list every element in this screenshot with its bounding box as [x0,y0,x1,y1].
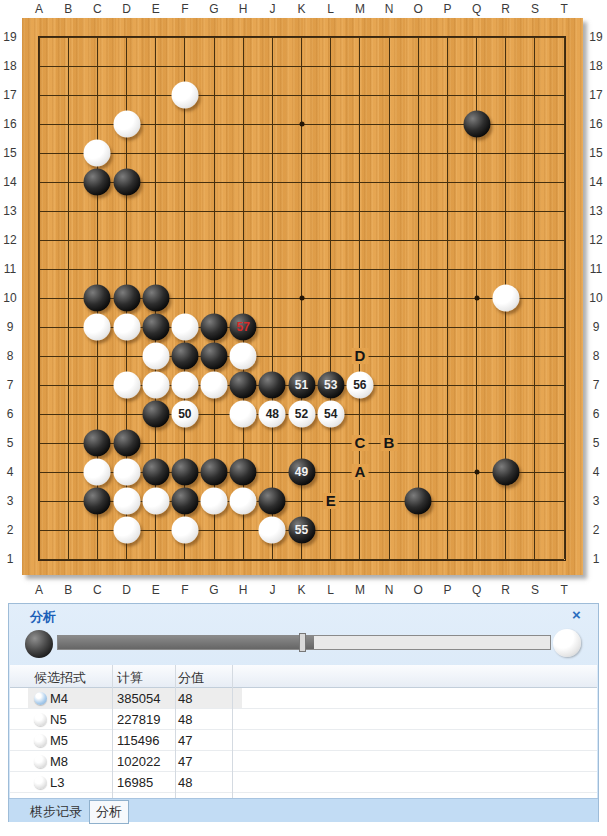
row-label-right-16: 16 [586,117,606,131]
column-divider [112,665,113,798]
panel-title: 分析 [30,608,56,626]
stone-C4 [84,459,111,486]
row-label-left-15: 15 [0,146,20,160]
stone-G8 [201,343,228,370]
star-point [474,296,479,301]
stone-E4 [142,459,169,486]
star-point [299,296,304,301]
stone-K2: 55 [288,517,315,544]
row-label-right-4: 4 [586,465,606,479]
stone-E3 [142,488,169,515]
tab-move-record[interactable]: 棋步记录 [30,803,82,821]
cell-score: 48 [178,775,192,790]
stone-D3 [113,488,140,515]
cell-score: 47 [178,754,192,769]
stone-Q16 [463,111,490,138]
stone-F7 [171,372,198,399]
cell-calculations: 115496 [117,733,159,748]
stone-C9 [84,314,111,341]
col-label-top-M: M [355,2,365,16]
stone-E9 [142,314,169,341]
col-label-top-K: K [297,2,305,16]
row-label-right-11: 11 [586,262,606,276]
analysis-panel: 分析 × 候选招式 计算 分值 M438505448N522781948M511… [8,603,599,822]
stone-D9 [113,314,140,341]
candidate-stone-icon [34,755,47,768]
stone-J2 [259,517,286,544]
stone-F6: 50 [171,401,198,428]
stone-J7 [259,372,286,399]
stone-F17 [171,82,198,109]
row-label-right-8: 8 [586,349,606,363]
last-move-stone-H9: 57 [230,314,257,341]
col-label-bottom-B: B [64,583,72,597]
slider-fill [58,636,314,649]
stone-L7: 53 [317,372,344,399]
cell-score: 47 [178,733,192,748]
stone-J3 [259,488,286,515]
col-label-bottom-S: S [531,583,539,597]
bottom-tab-bar: 棋步记录 分析 [9,798,598,822]
row-label-right-18: 18 [586,59,606,73]
col-label-bottom-K: K [297,583,305,597]
stone-H4 [230,459,257,486]
candidate-stone-icon [34,734,47,747]
stone-F8 [171,343,198,370]
cell-move: M4 [50,691,68,706]
candidate-letter-E: E [323,493,339,509]
row-label-left-18: 18 [0,59,20,73]
stone-G3 [201,488,228,515]
col-label-top-L: L [327,2,334,16]
cell-calculations: 385054 [117,691,160,706]
col-label-bottom-P: P [443,583,451,597]
candidate-stone-icon [34,713,47,726]
stone-D10 [113,285,140,312]
cell-score: 48 [178,712,192,727]
star-point [299,122,304,127]
col-label-bottom-D: D [122,583,131,597]
stone-C10 [84,285,111,312]
candidate-row-M5[interactable]: M511549647 [10,730,597,751]
row-label-left-2: 2 [0,523,20,537]
candidate-row-N5[interactable]: N522781948 [10,709,597,730]
stone-D2 [113,517,140,544]
col-header-calculations: 计算 [117,669,143,687]
row-label-left-13: 13 [0,204,20,218]
stone-D7 [113,372,140,399]
row-label-left-19: 19 [0,30,20,44]
col-label-bottom-Q: Q [472,583,481,597]
candidate-row-M8[interactable]: M810202247 [10,751,597,772]
row-label-left-16: 16 [0,117,20,131]
col-label-bottom-L: L [327,583,334,597]
stone-K4: 49 [288,459,315,486]
row-label-left-7: 7 [0,378,20,392]
col-label-top-H: H [239,2,248,16]
stone-F2 [171,517,198,544]
stone-E10 [142,285,169,312]
stone-R10 [492,285,519,312]
col-label-bottom-H: H [239,583,248,597]
row-label-right-2: 2 [586,523,606,537]
col-label-bottom-E: E [152,583,160,597]
cell-move: N5 [50,712,67,727]
col-label-bottom-J: J [269,583,275,597]
white-stone-icon [553,629,581,657]
row-label-right-9: 9 [586,320,606,334]
col-label-top-A: A [35,2,43,16]
row-label-right-17: 17 [586,88,606,102]
slider-thumb[interactable] [299,633,306,652]
col-label-bottom-T: T [560,583,567,597]
row-label-right-7: 7 [586,378,606,392]
stone-D14 [113,169,140,196]
col-label-top-Q: Q [472,2,481,16]
row-label-left-9: 9 [0,320,20,334]
stone-D5 [113,430,140,457]
stone-C5 [84,430,111,457]
close-icon[interactable]: × [572,606,581,623]
col-label-top-C: C [93,2,102,16]
row-label-right-3: 3 [586,494,606,508]
go-board[interactable]: 57515356504852544955ABCDE [22,18,583,575]
win-rate-slider[interactable] [57,635,551,650]
col-label-bottom-F: F [181,583,188,597]
column-divider [175,665,176,798]
stone-F4 [171,459,198,486]
row-label-right-1: 1 [586,552,606,566]
cell-move: M8 [50,754,68,769]
candidate-letter-A: A [351,464,368,480]
column-divider [232,665,233,798]
col-label-top-O: O [414,2,423,16]
cell-calculations: 16985 [117,775,153,790]
stone-D4 [113,459,140,486]
row-label-left-11: 11 [0,262,20,276]
row-label-left-4: 4 [0,465,20,479]
candidate-row-L3[interactable]: L31698548 [10,772,597,793]
row-label-right-6: 6 [586,407,606,421]
stone-C3 [84,488,111,515]
stone-E8 [142,343,169,370]
candidate-moves-table: 候选招式 计算 分值 M438505448N522781948M51154964… [10,665,597,798]
cell-calculations: 102022 [117,754,160,769]
stone-G9 [201,314,228,341]
col-label-bottom-M: M [355,583,365,597]
table-header-row: 候选招式 计算 分值 [10,665,597,688]
col-label-bottom-N: N [385,583,394,597]
stone-E6 [142,401,169,428]
col-label-bottom-A: A [35,583,43,597]
stone-J6: 48 [259,401,286,428]
col-label-top-R: R [501,2,510,16]
row-label-left-3: 3 [0,494,20,508]
col-label-top-E: E [152,2,160,16]
col-label-top-N: N [385,2,394,16]
row-label-right-12: 12 [586,233,606,247]
star-point [474,470,479,475]
candidate-letter-D: D [351,348,368,364]
stone-G4 [201,459,228,486]
row-label-left-10: 10 [0,291,20,305]
row-label-left-12: 12 [0,233,20,247]
stone-E7 [142,372,169,399]
black-stone-icon [25,630,53,658]
cell-move: M5 [50,733,68,748]
stone-M7: 56 [346,372,373,399]
row-label-right-14: 14 [586,175,606,189]
col-label-top-J: J [269,2,275,16]
row-label-left-8: 8 [0,349,20,363]
col-label-bottom-C: C [93,583,102,597]
col-header-candidate-move: 候选招式 [34,669,86,687]
tab-analysis[interactable]: 分析 [89,800,129,824]
col-label-top-B: B [64,2,72,16]
row-label-left-5: 5 [0,436,20,450]
cell-calculations: 227819 [117,712,160,727]
row-label-left-1: 1 [0,552,20,566]
row-label-right-5: 5 [586,436,606,450]
cell-score: 48 [178,691,192,706]
stone-O3 [405,488,432,515]
stone-F3 [171,488,198,515]
cell-move: L3 [50,775,64,790]
row-label-right-10: 10 [586,291,606,305]
stone-K7: 51 [288,372,315,399]
row-label-right-15: 15 [586,146,606,160]
row-label-left-17: 17 [0,88,20,102]
col-label-top-T: T [560,2,567,16]
row-label-left-14: 14 [0,175,20,189]
stone-L6: 54 [317,401,344,428]
candidate-row-M4[interactable]: M438505448 [10,688,597,709]
go-analysis-window: 57515356504852544955ABCDE 分析 × 候选招式 计算 分… [0,0,607,836]
stone-K6: 52 [288,401,315,428]
row-label-right-13: 13 [586,204,606,218]
stone-G7 [201,372,228,399]
stone-H8 [230,343,257,370]
col-label-top-D: D [122,2,131,16]
row-label-right-19: 19 [586,30,606,44]
candidate-stone-icon [34,776,47,789]
stone-F9 [171,314,198,341]
col-label-bottom-O: O [414,583,423,597]
col-label-top-S: S [531,2,539,16]
row-label-left-6: 6 [0,407,20,421]
candidate-letter-B: B [381,435,398,451]
stone-H3 [230,488,257,515]
candidate-letter-C: C [351,435,368,451]
col-label-bottom-R: R [501,583,510,597]
col-label-top-P: P [443,2,451,16]
candidate-stone-icon [34,692,47,705]
col-label-bottom-G: G [209,583,218,597]
stone-C14 [84,169,111,196]
stone-D16 [113,111,140,138]
col-label-top-F: F [181,2,188,16]
stone-R4 [492,459,519,486]
stone-C15 [84,140,111,167]
col-header-score: 分值 [178,669,204,687]
stone-H6 [230,401,257,428]
col-label-top-G: G [209,2,218,16]
stone-H7 [230,372,257,399]
